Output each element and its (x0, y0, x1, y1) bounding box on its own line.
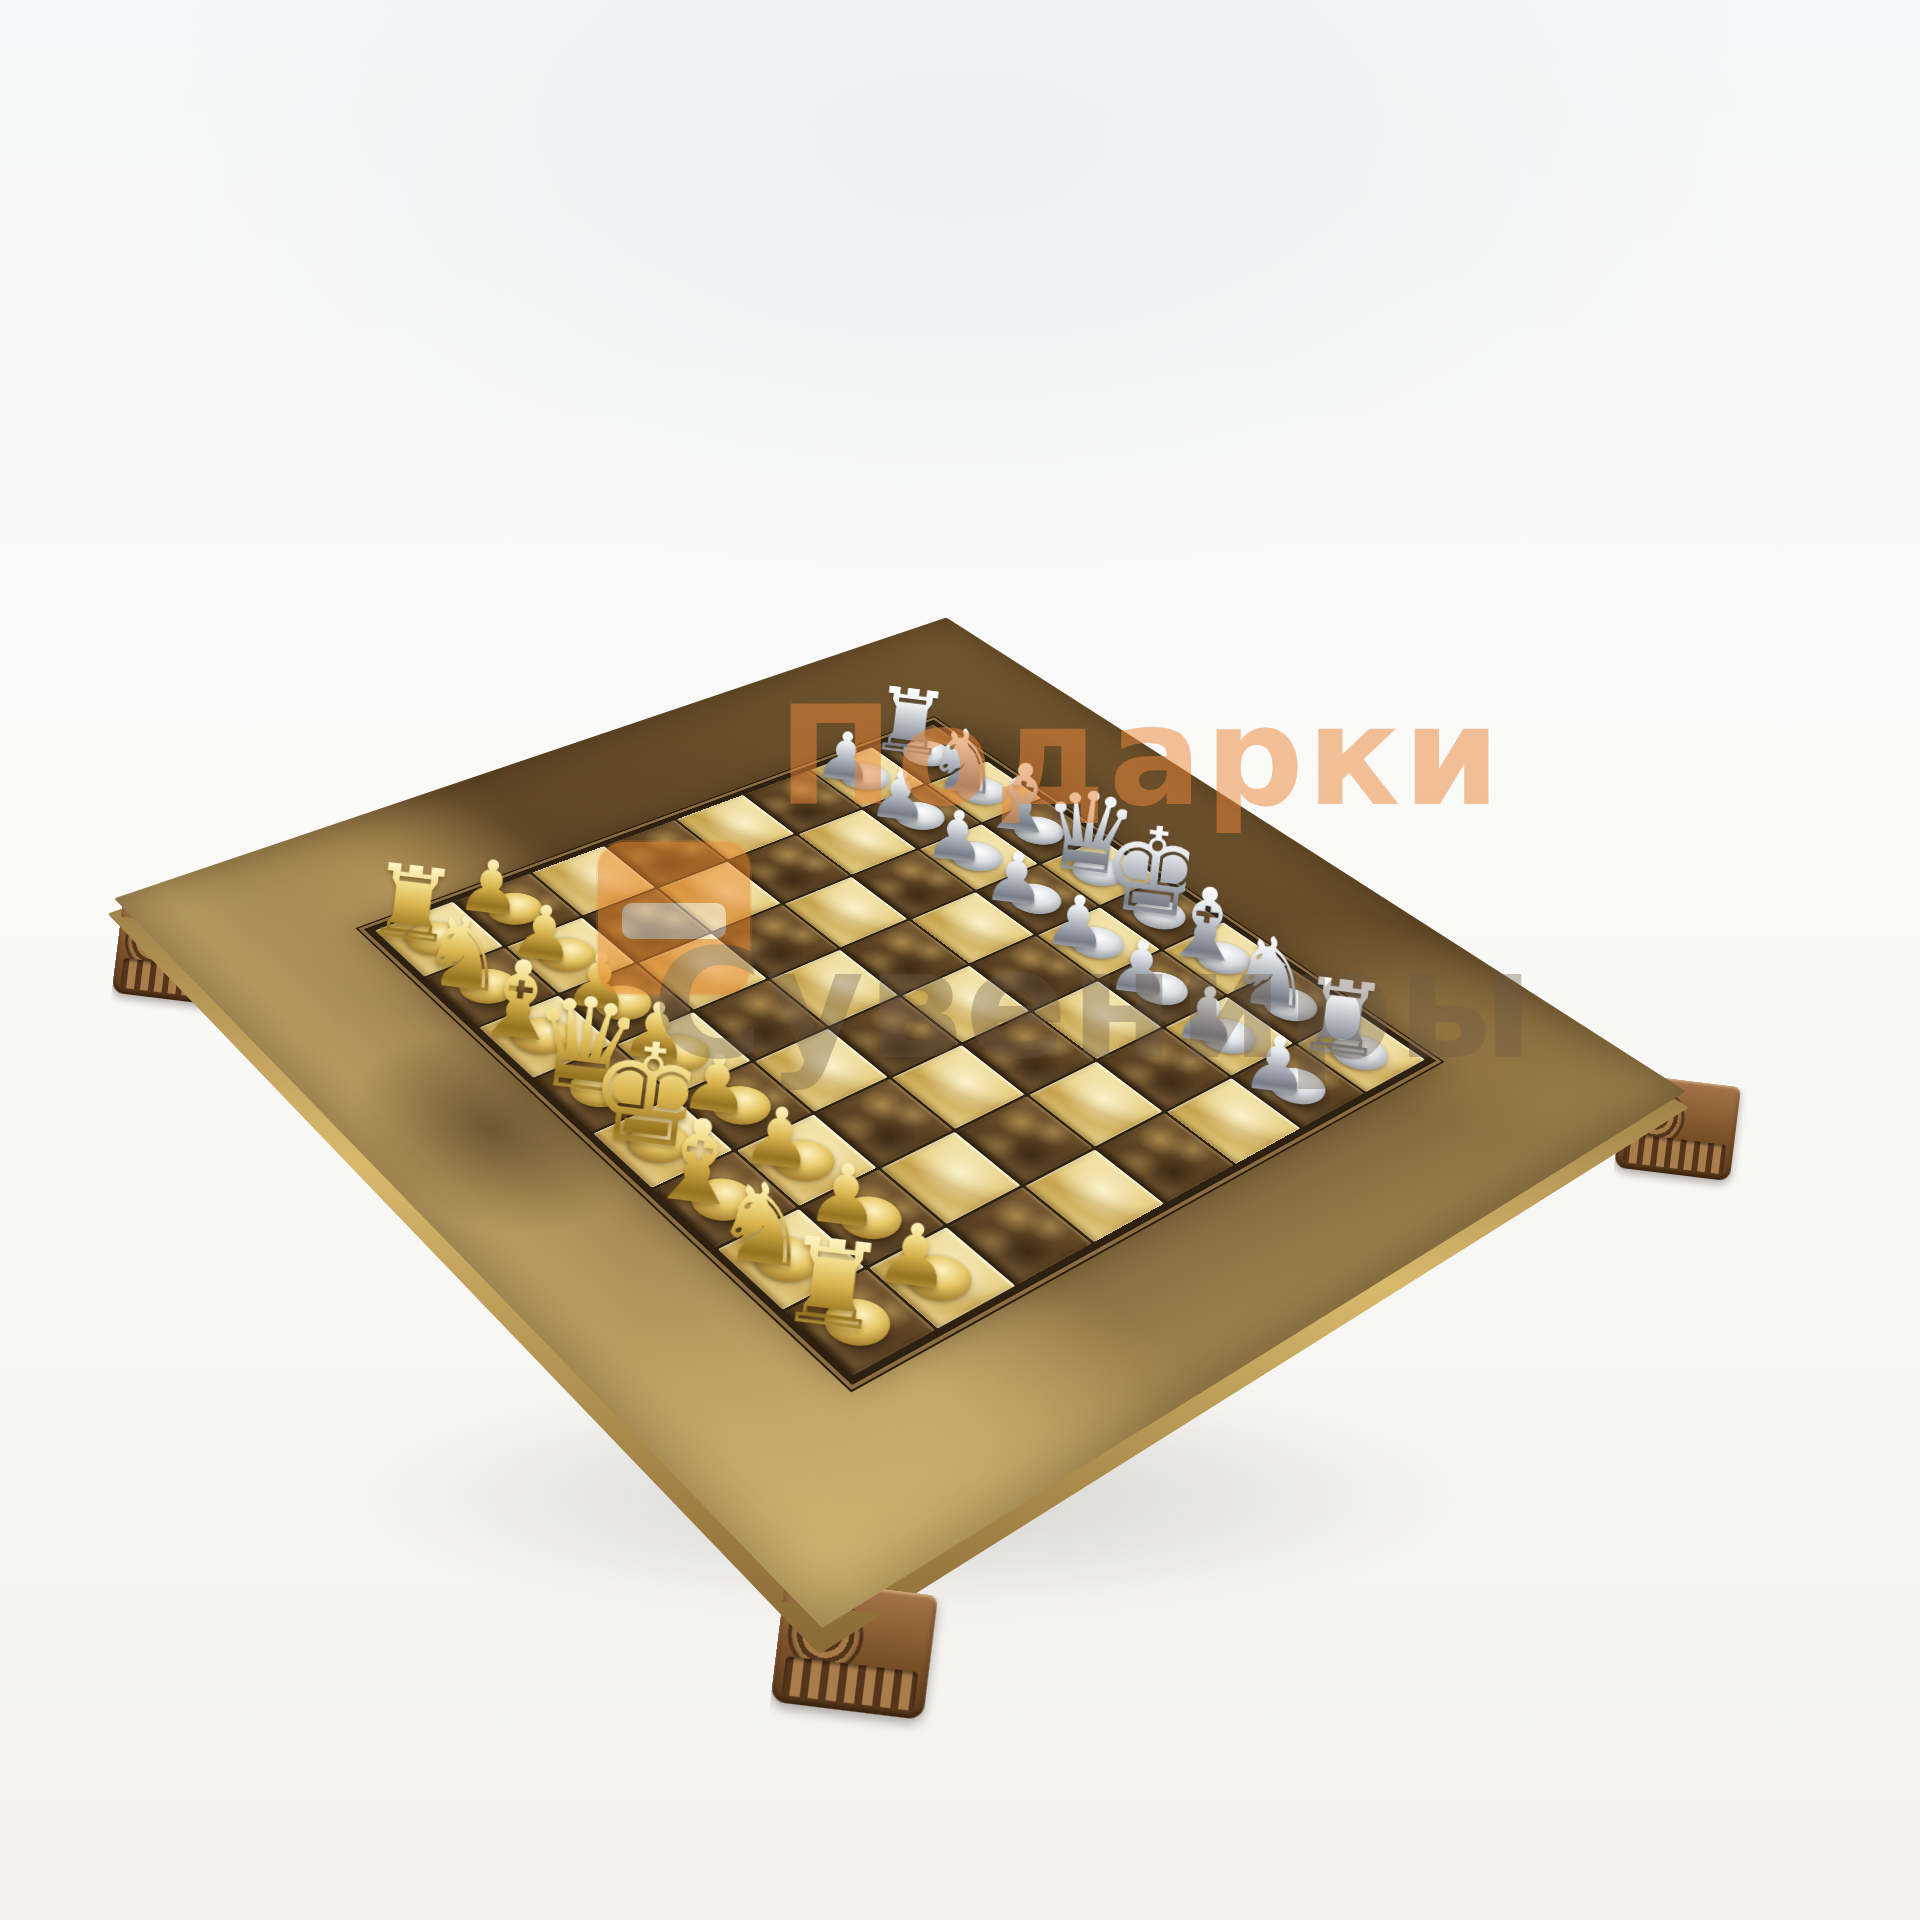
piece-gold-rook[interactable]: ♜ (773, 1224, 893, 1345)
piece-silver-pawn[interactable]: ♟ (1227, 1024, 1329, 1105)
